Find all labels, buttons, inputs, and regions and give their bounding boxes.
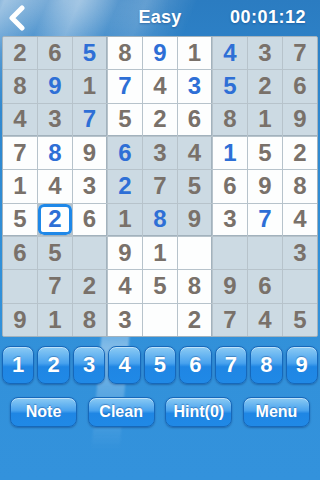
cell-r5c9[interactable]: 8: [283, 170, 317, 202]
top-bar: Easy 00:01:12: [0, 0, 320, 36]
cell-r7c9[interactable]: 3: [283, 237, 317, 269]
cell-r8c5[interactable]: 5: [143, 270, 177, 302]
cell-r1c6[interactable]: 1: [178, 37, 212, 69]
cell-r8c2[interactable]: 7: [38, 270, 72, 302]
cell-r5c5[interactable]: 7: [143, 170, 177, 202]
cell-r2c7[interactable]: 5: [213, 70, 247, 102]
cell-r1c9[interactable]: 7: [283, 37, 317, 69]
cell-r6c9[interactable]: 4: [283, 204, 317, 236]
numpad-key-4[interactable]: 4: [108, 346, 140, 384]
cell-r4c5[interactable]: 3: [143, 137, 177, 169]
cell-r9c4[interactable]: 3: [108, 304, 142, 336]
numpad-key-3[interactable]: 3: [73, 346, 105, 384]
cell-r3c2[interactable]: 3: [38, 104, 72, 136]
cell-r5c8[interactable]: 9: [248, 170, 282, 202]
cell-r1c7[interactable]: 4: [213, 37, 247, 69]
cell-r2c4[interactable]: 7: [108, 70, 142, 102]
clean-button[interactable]: Clean: [88, 397, 155, 427]
numpad-key-6[interactable]: 6: [179, 346, 211, 384]
cell-r7c1[interactable]: 6: [3, 237, 37, 269]
cell-r7c4[interactable]: 9: [108, 237, 142, 269]
cell-r7c2[interactable]: 5: [38, 237, 72, 269]
cell-r9c5[interactable]: [143, 304, 177, 336]
cell-r9c1[interactable]: 9: [3, 304, 37, 336]
cell-r4c1[interactable]: 7: [3, 137, 37, 169]
cell-r2c5[interactable]: 4: [143, 70, 177, 102]
cell-r2c1[interactable]: 8: [3, 70, 37, 102]
cell-r4c9[interactable]: 2: [283, 137, 317, 169]
cell-r6c8[interactable]: 7: [248, 204, 282, 236]
cell-r6c4[interactable]: 1: [108, 204, 142, 236]
number-pad: 123456789: [2, 346, 318, 384]
numpad-key-5[interactable]: 5: [144, 346, 176, 384]
cell-r2c8[interactable]: 2: [248, 70, 282, 102]
cell-r6c1[interactable]: 5: [3, 204, 37, 236]
cell-r8c3[interactable]: 2: [73, 270, 107, 302]
numpad-key-9[interactable]: 9: [286, 346, 318, 384]
cell-r1c5[interactable]: 9: [143, 37, 177, 69]
cell-r5c1[interactable]: 1: [3, 170, 37, 202]
cell-r4c6[interactable]: 4: [178, 137, 212, 169]
cell-r5c7[interactable]: 6: [213, 170, 247, 202]
cell-r4c8[interactable]: 5: [248, 137, 282, 169]
cell-r8c1[interactable]: [3, 270, 37, 302]
game-timer: 00:01:12: [230, 7, 306, 28]
cell-r6c3[interactable]: 6: [73, 204, 107, 236]
cell-r2c9[interactable]: 6: [283, 70, 317, 102]
cell-r7c6[interactable]: [178, 237, 212, 269]
cell-r4c3[interactable]: 9: [73, 137, 107, 169]
cell-r8c8[interactable]: 6: [248, 270, 282, 302]
action-bar: Note Clean Hint(0) Menu: [10, 397, 310, 427]
cell-r3c8[interactable]: 1: [248, 104, 282, 136]
cell-r3c6[interactable]: 6: [178, 104, 212, 136]
cell-r4c7[interactable]: 1: [213, 137, 247, 169]
numpad-key-8[interactable]: 8: [250, 346, 282, 384]
cell-r9c8[interactable]: 4: [248, 304, 282, 336]
cell-r3c3[interactable]: 7: [73, 104, 107, 136]
numpad-key-1[interactable]: 1: [2, 346, 34, 384]
cell-r8c4[interactable]: 4: [108, 270, 142, 302]
cell-r9c2[interactable]: 1: [38, 304, 72, 336]
cell-r1c1[interactable]: 2: [3, 37, 37, 69]
menu-button[interactable]: Menu: [243, 397, 310, 427]
cell-r3c9[interactable]: 9: [283, 104, 317, 136]
cell-r9c9[interactable]: 5: [283, 304, 317, 336]
cell-r5c6[interactable]: 5: [178, 170, 212, 202]
cell-r2c3[interactable]: 1: [73, 70, 107, 102]
cell-r9c7[interactable]: 7: [213, 304, 247, 336]
cell-r1c3[interactable]: 5: [73, 37, 107, 69]
hint-button[interactable]: Hint(0): [165, 397, 232, 427]
cell-r4c2[interactable]: 8: [38, 137, 72, 169]
sudoku-app-screen: Easy 00:01:12 26589143789174352643752681…: [0, 0, 320, 480]
cell-r6c5[interactable]: 8: [143, 204, 177, 236]
cell-r7c7[interactable]: [213, 237, 247, 269]
cell-r2c2[interactable]: 9: [38, 70, 72, 102]
cell-r4c4[interactable]: 6: [108, 137, 142, 169]
cell-r3c4[interactable]: 5: [108, 104, 142, 136]
numpad-key-2[interactable]: 2: [37, 346, 69, 384]
cell-r7c3[interactable]: [73, 237, 107, 269]
cell-r9c6[interactable]: 2: [178, 304, 212, 336]
cell-r8c7[interactable]: 9: [213, 270, 247, 302]
cell-r7c5[interactable]: 1: [143, 237, 177, 269]
cell-r6c6[interactable]: 9: [178, 204, 212, 236]
cell-r5c2[interactable]: 4: [38, 170, 72, 202]
cell-r6c2[interactable]: 2: [38, 204, 72, 236]
cell-r5c3[interactable]: 3: [73, 170, 107, 202]
cell-r1c2[interactable]: 6: [38, 37, 72, 69]
cell-r1c4[interactable]: 8: [108, 37, 142, 69]
note-button[interactable]: Note: [10, 397, 77, 427]
cell-r6c7[interactable]: 3: [213, 204, 247, 236]
cell-r8c6[interactable]: 8: [178, 270, 212, 302]
cell-r3c7[interactable]: 8: [213, 104, 247, 136]
cell-r2c6[interactable]: 3: [178, 70, 212, 102]
cell-r7c8[interactable]: [248, 237, 282, 269]
cell-r3c1[interactable]: 4: [3, 104, 37, 136]
numpad-key-7[interactable]: 7: [215, 346, 247, 384]
sudoku-board: 2658914378917435264375268197896341521432…: [2, 36, 318, 337]
cell-r3c5[interactable]: 2: [143, 104, 177, 136]
cell-r1c8[interactable]: 3: [248, 37, 282, 69]
cell-r8c9[interactable]: [283, 270, 317, 302]
cell-r5c4[interactable]: 2: [108, 170, 142, 202]
cell-r9c3[interactable]: 8: [73, 304, 107, 336]
